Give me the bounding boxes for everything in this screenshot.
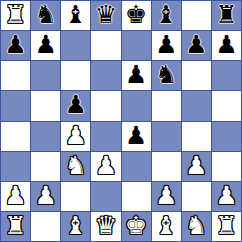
square-b1[interactable] bbox=[31, 212, 60, 241]
square-c7[interactable] bbox=[61, 31, 90, 60]
square-g1[interactable]: ♞ bbox=[182, 212, 211, 241]
square-b4[interactable] bbox=[31, 122, 60, 151]
white-queen[interactable]: ♛ bbox=[95, 213, 117, 238]
square-a7[interactable]: ♟ bbox=[1, 31, 30, 60]
square-h2[interactable]: ♟ bbox=[212, 182, 241, 211]
square-a5[interactable] bbox=[1, 91, 30, 120]
square-a2[interactable]: ♟ bbox=[1, 182, 30, 211]
square-b7[interactable]: ♟ bbox=[31, 31, 60, 60]
square-c4[interactable]: ♟ bbox=[61, 122, 90, 151]
square-e8[interactable]: ♚ bbox=[122, 1, 151, 30]
square-h7[interactable]: ♟ bbox=[212, 31, 241, 60]
white-pawn[interactable]: ♟ bbox=[95, 153, 117, 178]
white-rook[interactable]: ♜ bbox=[4, 2, 26, 27]
square-c2[interactable] bbox=[61, 182, 90, 211]
square-b6[interactable] bbox=[31, 61, 60, 90]
square-f4[interactable] bbox=[152, 122, 181, 151]
square-g7[interactable]: ♟ bbox=[182, 31, 211, 60]
white-rook[interactable]: ♜ bbox=[4, 213, 26, 238]
black-pawn[interactable]: ♟ bbox=[125, 62, 147, 87]
square-d4[interactable] bbox=[91, 122, 120, 151]
square-e2[interactable] bbox=[122, 182, 151, 211]
white-rook[interactable]: ♜ bbox=[215, 213, 237, 238]
square-a8[interactable]: ♜ bbox=[1, 1, 30, 30]
square-g5[interactable] bbox=[182, 91, 211, 120]
square-h1[interactable]: ♜ bbox=[212, 212, 241, 241]
square-b2[interactable]: ♟ bbox=[31, 182, 60, 211]
black-pawn[interactable]: ♟ bbox=[34, 32, 56, 57]
square-e4[interactable]: ♟ bbox=[122, 122, 151, 151]
black-pawn[interactable]: ♟ bbox=[65, 92, 87, 117]
white-pawn[interactable]: ♟ bbox=[65, 123, 87, 148]
square-g8[interactable] bbox=[182, 1, 211, 30]
black-pawn[interactable]: ♟ bbox=[155, 32, 177, 57]
square-c8[interactable]: ♝ bbox=[61, 1, 90, 30]
white-knight[interactable]: ♞ bbox=[65, 153, 87, 178]
black-pawn[interactable]: ♟ bbox=[4, 32, 26, 57]
square-f8[interactable]: ♝ bbox=[152, 1, 181, 30]
black-king[interactable]: ♚ bbox=[125, 2, 147, 27]
square-h4[interactable] bbox=[212, 122, 241, 151]
square-d8[interactable]: ♛ bbox=[91, 1, 120, 30]
square-h8[interactable]: ♜ bbox=[212, 1, 241, 30]
square-f2[interactable]: ♟ bbox=[152, 182, 181, 211]
black-pawn[interactable]: ♟ bbox=[185, 32, 207, 57]
square-h5[interactable] bbox=[212, 91, 241, 120]
square-a6[interactable] bbox=[1, 61, 30, 90]
square-d5[interactable] bbox=[91, 91, 120, 120]
square-a3[interactable] bbox=[1, 152, 30, 181]
white-pawn[interactable]: ♟ bbox=[155, 183, 177, 208]
square-b3[interactable] bbox=[31, 152, 60, 181]
square-d3[interactable]: ♟ bbox=[91, 152, 120, 181]
square-f3[interactable] bbox=[152, 152, 181, 181]
square-g2[interactable] bbox=[182, 182, 211, 211]
black-knight[interactable]: ♞ bbox=[34, 2, 56, 27]
black-knight[interactable]: ♞ bbox=[155, 62, 177, 87]
square-e6[interactable]: ♟ bbox=[122, 61, 151, 90]
white-pawn[interactable]: ♟ bbox=[34, 183, 56, 208]
square-f1[interactable]: ♝ bbox=[152, 212, 181, 241]
square-b8[interactable]: ♞ bbox=[31, 1, 60, 30]
white-knight[interactable]: ♞ bbox=[185, 213, 207, 238]
black-queen[interactable]: ♛ bbox=[95, 2, 117, 27]
square-a1[interactable]: ♜ bbox=[1, 212, 30, 241]
square-g3[interactable]: ♟ bbox=[182, 152, 211, 181]
square-f5[interactable] bbox=[152, 91, 181, 120]
black-pawn[interactable]: ♟ bbox=[215, 32, 237, 57]
square-c3[interactable]: ♞ bbox=[61, 152, 90, 181]
square-d2[interactable] bbox=[91, 182, 120, 211]
white-bishop[interactable]: ♝ bbox=[155, 213, 177, 238]
square-c1[interactable]: ♝ bbox=[61, 212, 90, 241]
black-rook[interactable]: ♜ bbox=[215, 2, 237, 27]
square-d7[interactable] bbox=[91, 31, 120, 60]
square-b5[interactable] bbox=[31, 91, 60, 120]
square-h6[interactable] bbox=[212, 61, 241, 90]
chess-board: ♜♞♝♛♚♝♜♟♟♟♟♟♟♞♟♟♟♞♟♟♟♟♟♟♜♝♛♚♝♞♜ bbox=[0, 0, 242, 242]
white-king[interactable]: ♚ bbox=[125, 213, 147, 238]
square-e1[interactable]: ♚ bbox=[122, 212, 151, 241]
square-g4[interactable] bbox=[182, 122, 211, 151]
square-f6[interactable]: ♞ bbox=[152, 61, 181, 90]
square-d6[interactable] bbox=[91, 61, 120, 90]
square-a4[interactable] bbox=[1, 122, 30, 151]
square-c5[interactable]: ♟ bbox=[61, 91, 90, 120]
square-e3[interactable] bbox=[122, 152, 151, 181]
white-bishop[interactable]: ♝ bbox=[65, 213, 87, 238]
white-pawn[interactable]: ♟ bbox=[185, 153, 207, 178]
square-c6[interactable] bbox=[61, 61, 90, 90]
square-h3[interactable] bbox=[212, 152, 241, 181]
square-e5[interactable] bbox=[122, 91, 151, 120]
square-e7[interactable] bbox=[122, 31, 151, 60]
square-g6[interactable] bbox=[182, 61, 211, 90]
black-bishop[interactable]: ♝ bbox=[65, 2, 87, 27]
white-pawn[interactable]: ♟ bbox=[215, 183, 237, 208]
square-f7[interactable]: ♟ bbox=[152, 31, 181, 60]
black-pawn[interactable]: ♟ bbox=[125, 123, 147, 148]
square-d1[interactable]: ♛ bbox=[91, 212, 120, 241]
white-pawn[interactable]: ♟ bbox=[4, 183, 26, 208]
black-bishop[interactable]: ♝ bbox=[155, 2, 177, 27]
